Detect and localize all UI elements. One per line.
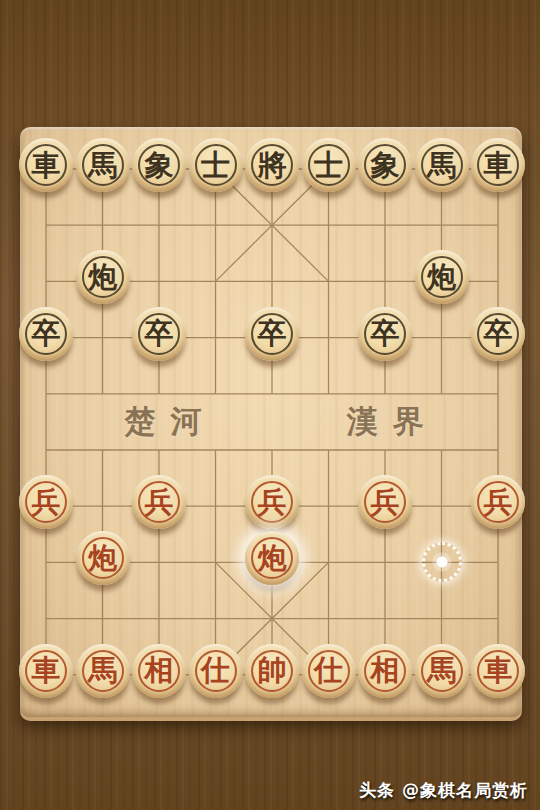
piece-black-soldier[interactable]: 卒 — [132, 307, 186, 361]
piece-glyph: 相 — [132, 644, 186, 698]
piece-red-soldier[interactable]: 兵 — [132, 475, 186, 529]
piece-black-soldier[interactable]: 卒 — [358, 307, 412, 361]
piece-black-elephant[interactable]: 象 — [358, 138, 412, 192]
piece-glyph: 炮 — [245, 531, 299, 585]
piece-red-cannon[interactable]: 炮 — [245, 531, 299, 585]
piece-red-cannon[interactable]: 炮 — [76, 531, 130, 585]
piece-black-elephant[interactable]: 象 — [132, 138, 186, 192]
piece-red-advisor[interactable]: 仕 — [302, 644, 356, 698]
piece-glyph: 卒 — [245, 307, 299, 361]
piece-red-elephant[interactable]: 相 — [132, 644, 186, 698]
piece-red-soldier[interactable]: 兵 — [19, 475, 73, 529]
app-background: 楚河 漢界 車馬象士將士象馬車炮炮卒卒卒卒卒兵兵兵兵兵炮炮車馬相仕帥仕相馬車 头… — [0, 0, 540, 810]
piece-red-chariot[interactable]: 車 — [471, 644, 525, 698]
piece-red-horse[interactable]: 馬 — [76, 644, 130, 698]
piece-glyph: 炮 — [76, 531, 130, 585]
piece-red-elephant[interactable]: 相 — [358, 644, 412, 698]
piece-glyph: 象 — [358, 138, 412, 192]
piece-black-cannon[interactable]: 炮 — [415, 250, 469, 304]
piece-red-advisor[interactable]: 仕 — [189, 644, 243, 698]
piece-glyph: 車 — [471, 644, 525, 698]
piece-black-soldier[interactable]: 卒 — [245, 307, 299, 361]
piece-glyph: 車 — [19, 644, 73, 698]
piece-glyph: 兵 — [471, 475, 525, 529]
piece-black-horse[interactable]: 馬 — [415, 138, 469, 192]
piece-glyph: 兵 — [358, 475, 412, 529]
piece-black-chariot[interactable]: 車 — [471, 138, 525, 192]
piece-glyph: 馬 — [76, 644, 130, 698]
piece-black-general[interactable]: 將 — [245, 138, 299, 192]
piece-glyph: 兵 — [19, 475, 73, 529]
watermark-credit: 头条 @象棋名局赏析 — [359, 779, 528, 802]
piece-glyph: 士 — [302, 138, 356, 192]
river-label-han-jie: 漢界 — [332, 401, 439, 443]
piece-glyph: 卒 — [132, 307, 186, 361]
piece-glyph: 炮 — [415, 250, 469, 304]
piece-glyph: 兵 — [132, 475, 186, 529]
piece-glyph: 仕 — [302, 644, 356, 698]
piece-red-chariot[interactable]: 車 — [19, 644, 73, 698]
piece-glyph: 士 — [189, 138, 243, 192]
xiangqi-board[interactable]: 楚河 漢界 車馬象士將士象馬車炮炮卒卒卒卒卒兵兵兵兵兵炮炮車馬相仕帥仕相馬車 — [20, 127, 522, 717]
board-grid-lines — [20, 127, 522, 717]
piece-glyph: 炮 — [76, 250, 130, 304]
piece-glyph: 卒 — [358, 307, 412, 361]
move-origin-marker — [422, 542, 462, 582]
piece-red-soldier[interactable]: 兵 — [358, 475, 412, 529]
river-label-chu-he: 楚河 — [110, 401, 217, 443]
piece-glyph: 卒 — [19, 307, 73, 361]
piece-black-soldier[interactable]: 卒 — [471, 307, 525, 361]
piece-black-advisor[interactable]: 士 — [302, 138, 356, 192]
piece-red-soldier[interactable]: 兵 — [245, 475, 299, 529]
piece-red-soldier[interactable]: 兵 — [471, 475, 525, 529]
piece-glyph: 馬 — [415, 138, 469, 192]
piece-glyph: 帥 — [245, 644, 299, 698]
piece-glyph: 馬 — [76, 138, 130, 192]
piece-black-chariot[interactable]: 車 — [19, 138, 73, 192]
piece-black-advisor[interactable]: 士 — [189, 138, 243, 192]
piece-glyph: 馬 — [415, 644, 469, 698]
piece-red-horse[interactable]: 馬 — [415, 644, 469, 698]
piece-glyph: 仕 — [189, 644, 243, 698]
piece-glyph: 相 — [358, 644, 412, 698]
piece-glyph: 象 — [132, 138, 186, 192]
piece-glyph: 車 — [19, 138, 73, 192]
piece-glyph: 車 — [471, 138, 525, 192]
piece-black-cannon[interactable]: 炮 — [76, 250, 130, 304]
piece-black-soldier[interactable]: 卒 — [19, 307, 73, 361]
piece-black-horse[interactable]: 馬 — [76, 138, 130, 192]
piece-glyph: 卒 — [471, 307, 525, 361]
piece-glyph: 兵 — [245, 475, 299, 529]
piece-glyph: 將 — [245, 138, 299, 192]
piece-red-general[interactable]: 帥 — [245, 644, 299, 698]
